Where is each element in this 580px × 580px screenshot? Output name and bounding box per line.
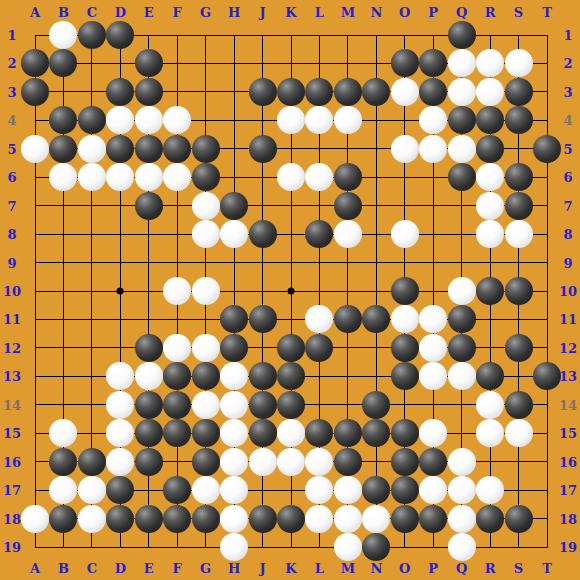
coordinate-label-left-2: 2 (7, 57, 16, 70)
black-stone-O17[interactable] (391, 476, 419, 504)
coordinate-label-bottom-R: R (485, 562, 496, 575)
white-stone-K6[interactable] (277, 163, 305, 191)
black-stone-M11[interactable] (334, 305, 362, 333)
coordinate-label-left-8: 8 (7, 228, 16, 241)
white-stone-G14[interactable] (192, 391, 220, 419)
white-stone-H13[interactable] (220, 362, 248, 390)
white-stone-P17[interactable] (419, 476, 447, 504)
black-stone-S18[interactable] (505, 505, 533, 533)
white-stone-P13[interactable] (419, 362, 447, 390)
white-stone-B1[interactable] (49, 21, 77, 49)
black-stone-F15[interactable] (163, 419, 191, 447)
coordinate-label-left-17: 17 (3, 484, 21, 497)
hoshi-point-D10 (117, 288, 124, 295)
black-stone-J18[interactable] (249, 505, 277, 533)
coordinate-label-bottom-H: H (228, 562, 240, 575)
white-stone-M17[interactable] (334, 476, 362, 504)
coordinate-label-top-N: N (370, 6, 382, 19)
coordinate-label-top-L: L (315, 6, 324, 19)
black-stone-G6[interactable] (192, 163, 220, 191)
white-stone-H16[interactable] (220, 448, 248, 476)
black-stone-S6[interactable] (505, 163, 533, 191)
coordinate-label-top-H: H (228, 6, 240, 19)
white-stone-E6[interactable] (135, 163, 163, 191)
coordinate-label-bottom-F: F (173, 562, 182, 575)
white-stone-O8[interactable] (391, 220, 419, 248)
coordinate-label-bottom-J: J (259, 562, 265, 575)
coordinate-label-top-S: S (514, 6, 523, 19)
black-stone-B2[interactable] (49, 49, 77, 77)
white-stone-L4[interactable] (305, 106, 333, 134)
coordinate-label-bottom-A: A (30, 562, 40, 575)
coordinate-label-top-K: K (285, 6, 296, 19)
white-stone-H14[interactable] (220, 391, 248, 419)
black-stone-P18[interactable] (419, 505, 447, 533)
coordinate-label-top-Q: Q (456, 6, 467, 19)
black-stone-E18[interactable] (135, 505, 163, 533)
black-stone-B5[interactable] (49, 135, 77, 163)
white-stone-G7[interactable] (192, 192, 220, 220)
white-stone-O3[interactable] (391, 78, 419, 106)
black-stone-N17[interactable] (362, 476, 390, 504)
black-stone-B16[interactable] (49, 448, 77, 476)
black-stone-O16[interactable] (391, 448, 419, 476)
black-stone-M16[interactable] (334, 448, 362, 476)
black-stone-R4[interactable] (476, 106, 504, 134)
coordinate-label-right-1: 1 (563, 29, 572, 42)
white-stone-S2[interactable] (505, 49, 533, 77)
coordinate-label-top-B: B (58, 6, 69, 19)
white-stone-Q5[interactable] (448, 135, 476, 163)
white-stone-E13[interactable] (135, 362, 163, 390)
coordinate-label-top-F: F (173, 6, 182, 19)
black-stone-E7[interactable] (135, 192, 163, 220)
white-stone-D6[interactable] (106, 163, 134, 191)
coordinate-label-bottom-B: B (58, 562, 69, 575)
black-stone-O13[interactable] (391, 362, 419, 390)
coordinate-label-top-E: E (144, 6, 154, 19)
white-stone-R8[interactable] (476, 220, 504, 248)
black-stone-S12[interactable] (505, 334, 533, 362)
white-stone-G17[interactable] (192, 476, 220, 504)
coordinate-label-left-14: 14 (3, 398, 21, 411)
coordinate-label-right-4: 4 (563, 114, 572, 127)
black-stone-K18[interactable] (277, 505, 305, 533)
coordinate-label-bottom-G: G (200, 562, 211, 575)
black-stone-C4[interactable] (78, 106, 106, 134)
white-stone-D15[interactable] (106, 419, 134, 447)
white-stone-A5[interactable] (21, 135, 49, 163)
black-stone-O18[interactable] (391, 505, 419, 533)
coordinate-label-right-2: 2 (563, 57, 572, 70)
coordinate-label-left-19: 19 (3, 541, 21, 554)
black-stone-F5[interactable] (163, 135, 191, 163)
coordinate-label-bottom-L: L (315, 562, 324, 575)
black-stone-O12[interactable] (391, 334, 419, 362)
coordinate-label-right-13: 13 (559, 370, 577, 383)
white-stone-E4[interactable] (135, 106, 163, 134)
coordinate-label-bottom-S: S (514, 562, 523, 575)
black-stone-P2[interactable] (419, 49, 447, 77)
coordinate-label-top-G: G (200, 6, 211, 19)
black-stone-H7[interactable] (220, 192, 248, 220)
black-stone-J8[interactable] (249, 220, 277, 248)
white-stone-H15[interactable] (220, 419, 248, 447)
white-stone-J16[interactable] (249, 448, 277, 476)
coordinate-label-left-5: 5 (7, 142, 16, 155)
black-stone-H12[interactable] (220, 334, 248, 362)
black-stone-Q12[interactable] (448, 334, 476, 362)
black-stone-E2[interactable] (135, 49, 163, 77)
white-stone-C18[interactable] (78, 505, 106, 533)
black-stone-S14[interactable] (505, 391, 533, 419)
coordinate-label-left-9: 9 (7, 256, 16, 269)
coordinate-label-top-M: M (341, 6, 355, 19)
black-stone-A2[interactable] (21, 49, 49, 77)
black-stone-T13[interactable] (533, 362, 561, 390)
black-stone-E15[interactable] (135, 419, 163, 447)
black-stone-C16[interactable] (78, 448, 106, 476)
white-stone-C17[interactable] (78, 476, 106, 504)
coordinate-label-top-J: J (259, 6, 265, 19)
hoshi-point-K10 (288, 288, 295, 295)
coordinate-label-bottom-O: O (399, 562, 410, 575)
white-stone-P12[interactable] (419, 334, 447, 362)
white-stone-B15[interactable] (49, 419, 77, 447)
coordinate-label-left-7: 7 (7, 199, 16, 212)
white-stone-P5[interactable] (419, 135, 447, 163)
white-stone-D13[interactable] (106, 362, 134, 390)
black-stone-G5[interactable] (192, 135, 220, 163)
coordinate-label-right-17: 17 (559, 484, 577, 497)
coordinate-label-top-R: R (485, 6, 496, 19)
black-stone-N11[interactable] (362, 305, 390, 333)
coordinate-label-bottom-E: E (144, 562, 154, 575)
coordinate-label-right-6: 6 (563, 171, 572, 184)
coordinate-label-right-19: 19 (559, 541, 577, 554)
white-stone-C6[interactable] (78, 163, 106, 191)
coordinate-label-top-A: A (30, 6, 40, 19)
black-stone-F18[interactable] (163, 505, 191, 533)
black-stone-L12[interactable] (305, 334, 333, 362)
white-stone-F10[interactable] (163, 277, 191, 305)
white-stone-M18[interactable] (334, 505, 362, 533)
black-stone-M6[interactable] (334, 163, 362, 191)
black-stone-R10[interactable] (476, 277, 504, 305)
coordinate-label-right-8: 8 (563, 228, 572, 241)
white-stone-L11[interactable] (305, 305, 333, 333)
coordinate-label-right-3: 3 (563, 85, 572, 98)
black-stone-D3[interactable] (106, 78, 134, 106)
white-stone-R15[interactable] (476, 419, 504, 447)
coordinate-label-top-C: C (87, 6, 97, 19)
coordinate-label-left-13: 13 (3, 370, 21, 383)
black-stone-M3[interactable] (334, 78, 362, 106)
black-stone-L15[interactable] (305, 419, 333, 447)
white-stone-F4[interactable] (163, 106, 191, 134)
black-stone-A3[interactable] (21, 78, 49, 106)
white-stone-D14[interactable] (106, 391, 134, 419)
black-stone-P3[interactable] (419, 78, 447, 106)
coordinate-label-right-9: 9 (563, 256, 572, 269)
white-stone-R14[interactable] (476, 391, 504, 419)
black-stone-E16[interactable] (135, 448, 163, 476)
grid-line-vertical (376, 35, 377, 548)
black-stone-N14[interactable] (362, 391, 390, 419)
black-stone-T5[interactable] (533, 135, 561, 163)
coordinate-label-left-15: 15 (3, 427, 21, 440)
black-stone-J3[interactable] (249, 78, 277, 106)
black-stone-B4[interactable] (49, 106, 77, 134)
white-stone-R3[interactable] (476, 78, 504, 106)
coordinate-label-left-10: 10 (3, 285, 21, 298)
black-stone-F13[interactable] (163, 362, 191, 390)
white-stone-Q17[interactable] (448, 476, 476, 504)
black-stone-O2[interactable] (391, 49, 419, 77)
black-stone-O10[interactable] (391, 277, 419, 305)
coordinate-label-left-3: 3 (7, 85, 16, 98)
black-stone-K3[interactable] (277, 78, 305, 106)
white-stone-B6[interactable] (49, 163, 77, 191)
black-stone-J5[interactable] (249, 135, 277, 163)
white-stone-D4[interactable] (106, 106, 134, 134)
black-stone-O15[interactable] (391, 419, 419, 447)
white-stone-M4[interactable] (334, 106, 362, 134)
white-stone-G12[interactable] (192, 334, 220, 362)
coordinate-label-right-11: 11 (559, 313, 577, 326)
black-stone-P16[interactable] (419, 448, 447, 476)
coordinate-label-right-15: 15 (559, 427, 577, 440)
black-stone-K14[interactable] (277, 391, 305, 419)
black-stone-K13[interactable] (277, 362, 305, 390)
white-stone-O5[interactable] (391, 135, 419, 163)
white-stone-G8[interactable] (192, 220, 220, 248)
black-stone-Q11[interactable] (448, 305, 476, 333)
white-stone-Q19[interactable] (448, 533, 476, 561)
black-stone-G18[interactable] (192, 505, 220, 533)
white-stone-P11[interactable] (419, 305, 447, 333)
white-stone-R6[interactable] (476, 163, 504, 191)
black-stone-J13[interactable] (249, 362, 277, 390)
go-board: AABBCCDDEEFFGGHHJJKKLLMMNNOOPPQQRRSSTT11… (0, 0, 580, 580)
black-stone-G16[interactable] (192, 448, 220, 476)
black-stone-J14[interactable] (249, 391, 277, 419)
coordinate-label-bottom-P: P (428, 562, 438, 575)
black-stone-D5[interactable] (106, 135, 134, 163)
coordinate-label-right-12: 12 (559, 341, 577, 354)
white-stone-H19[interactable] (220, 533, 248, 561)
white-stone-M8[interactable] (334, 220, 362, 248)
black-stone-E12[interactable] (135, 334, 163, 362)
white-stone-L17[interactable] (305, 476, 333, 504)
black-stone-F14[interactable] (163, 391, 191, 419)
white-stone-M19[interactable] (334, 533, 362, 561)
white-stone-Q16[interactable] (448, 448, 476, 476)
black-stone-S3[interactable] (505, 78, 533, 106)
white-stone-O11[interactable] (391, 305, 419, 333)
black-stone-E5[interactable] (135, 135, 163, 163)
black-stone-C1[interactable] (78, 21, 106, 49)
black-stone-N19[interactable] (362, 533, 390, 561)
white-stone-Q2[interactable] (448, 49, 476, 77)
white-stone-L6[interactable] (305, 163, 333, 191)
white-stone-F12[interactable] (163, 334, 191, 362)
black-stone-M7[interactable] (334, 192, 362, 220)
coordinate-label-right-18: 18 (559, 512, 577, 525)
white-stone-K4[interactable] (277, 106, 305, 134)
black-stone-D17[interactable] (106, 476, 134, 504)
white-stone-D16[interactable] (106, 448, 134, 476)
white-stone-R17[interactable] (476, 476, 504, 504)
white-stone-H17[interactable] (220, 476, 248, 504)
white-stone-P4[interactable] (419, 106, 447, 134)
black-stone-Q6[interactable] (448, 163, 476, 191)
white-stone-B17[interactable] (49, 476, 77, 504)
coordinate-label-bottom-D: D (115, 562, 126, 575)
white-stone-S15[interactable] (505, 419, 533, 447)
white-stone-S8[interactable] (505, 220, 533, 248)
black-stone-J11[interactable] (249, 305, 277, 333)
white-stone-H8[interactable] (220, 220, 248, 248)
white-stone-L16[interactable] (305, 448, 333, 476)
black-stone-M15[interactable] (334, 419, 362, 447)
white-stone-P15[interactable] (419, 419, 447, 447)
grid-line-vertical (547, 35, 548, 548)
white-stone-K15[interactable] (277, 419, 305, 447)
black-stone-G13[interactable] (192, 362, 220, 390)
black-stone-N3[interactable] (362, 78, 390, 106)
black-stone-Q4[interactable] (448, 106, 476, 134)
coordinate-label-bottom-M: M (341, 562, 355, 575)
black-stone-D18[interactable] (106, 505, 134, 533)
white-stone-A18[interactable] (21, 505, 49, 533)
coordinate-label-bottom-K: K (285, 562, 296, 575)
black-stone-S10[interactable] (505, 277, 533, 305)
coordinate-label-left-18: 18 (3, 512, 21, 525)
white-stone-L18[interactable] (305, 505, 333, 533)
white-stone-Q10[interactable] (448, 277, 476, 305)
black-stone-L3[interactable] (305, 78, 333, 106)
coordinate-label-right-14: 14 (559, 398, 577, 411)
coordinate-label-top-D: D (115, 6, 126, 19)
coordinate-label-right-10: 10 (559, 285, 577, 298)
white-stone-N18[interactable] (362, 505, 390, 533)
white-stone-F6[interactable] (163, 163, 191, 191)
black-stone-K12[interactable] (277, 334, 305, 362)
coordinate-label-left-16: 16 (3, 455, 21, 468)
coordinate-label-left-6: 6 (7, 171, 16, 184)
black-stone-G15[interactable] (192, 419, 220, 447)
white-stone-R2[interactable] (476, 49, 504, 77)
white-stone-K16[interactable] (277, 448, 305, 476)
black-stone-E14[interactable] (135, 391, 163, 419)
coordinate-label-bottom-C: C (87, 562, 97, 575)
white-stone-G10[interactable] (192, 277, 220, 305)
coordinate-label-right-16: 16 (559, 455, 577, 468)
black-stone-R13[interactable] (476, 362, 504, 390)
coordinate-label-right-5: 5 (563, 142, 572, 155)
white-stone-C5[interactable] (78, 135, 106, 163)
coordinate-label-bottom-N: N (370, 562, 382, 575)
coordinate-label-left-1: 1 (7, 29, 16, 42)
coordinate-label-top-T: T (542, 6, 552, 19)
white-stone-R7[interactable] (476, 192, 504, 220)
black-stone-R18[interactable] (476, 505, 504, 533)
coordinate-label-bottom-T: T (542, 562, 552, 575)
black-stone-B18[interactable] (49, 505, 77, 533)
black-stone-Q1[interactable] (448, 21, 476, 49)
black-stone-H11[interactable] (220, 305, 248, 333)
coordinate-label-top-P: P (428, 6, 438, 19)
black-stone-S7[interactable] (505, 192, 533, 220)
white-stone-Q13[interactable] (448, 362, 476, 390)
black-stone-F17[interactable] (163, 476, 191, 504)
black-stone-D1[interactable] (106, 21, 134, 49)
white-stone-H18[interactable] (220, 505, 248, 533)
coordinate-label-right-7: 7 (563, 199, 572, 212)
black-stone-E3[interactable] (135, 78, 163, 106)
black-stone-R5[interactable] (476, 135, 504, 163)
coordinate-label-left-12: 12 (3, 341, 21, 354)
black-stone-L8[interactable] (305, 220, 333, 248)
black-stone-J15[interactable] (249, 419, 277, 447)
coordinate-label-bottom-Q: Q (456, 562, 467, 575)
white-stone-Q18[interactable] (448, 505, 476, 533)
coordinate-label-left-4: 4 (7, 114, 16, 127)
white-stone-Q3[interactable] (448, 78, 476, 106)
black-stone-N15[interactable] (362, 419, 390, 447)
coordinate-label-top-O: O (399, 6, 410, 19)
coordinate-label-left-11: 11 (3, 313, 21, 326)
black-stone-S4[interactable] (505, 106, 533, 134)
